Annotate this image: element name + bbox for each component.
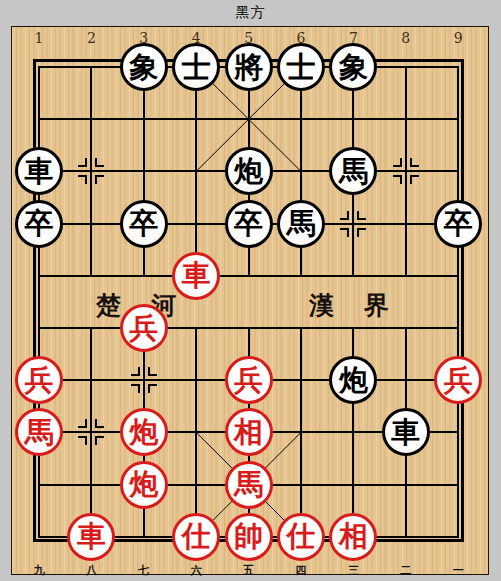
grid-line xyxy=(38,66,40,538)
position-marker xyxy=(78,419,87,428)
piece-black-cannon[interactable]: 炮 xyxy=(225,147,273,195)
piece-red-soldier[interactable]: 兵 xyxy=(120,304,168,352)
piece-black-general[interactable]: 將 xyxy=(225,43,273,91)
position-marker xyxy=(95,158,104,167)
piece-red-soldier[interactable]: 兵 xyxy=(434,356,482,404)
position-marker xyxy=(95,175,104,184)
file-label-bottom: 三 xyxy=(343,563,363,578)
piece-red-elephant[interactable]: 相 xyxy=(329,513,377,561)
file-label-bottom: 四 xyxy=(291,563,311,578)
piece-black-soldier[interactable]: 卒 xyxy=(225,200,273,248)
grid-line xyxy=(300,327,302,538)
xiangqi-app: 黑方 楚河 漢界 象士將士象車炮馬卒卒卒馬卒車兵兵兵炮兵馬炮相車炮馬車仕帥仕相1… xyxy=(0,0,501,581)
piece-red-soldier[interactable]: 兵 xyxy=(225,356,273,404)
file-label-top: 5 xyxy=(239,30,259,46)
file-label-top: 2 xyxy=(81,30,101,46)
piece-black-soldier[interactable]: 卒 xyxy=(434,200,482,248)
position-marker xyxy=(357,228,366,237)
river-label-han-jie: 漢界 xyxy=(309,289,419,322)
piece-red-advisor[interactable]: 仕 xyxy=(172,513,220,561)
file-label-bottom: 八 xyxy=(81,563,101,578)
position-marker xyxy=(340,211,349,220)
piece-black-soldier[interactable]: 卒 xyxy=(120,200,168,248)
piece-red-soldier[interactable]: 兵 xyxy=(15,356,63,404)
file-label-top: 6 xyxy=(291,30,311,46)
piece-black-chariot[interactable]: 車 xyxy=(382,408,430,456)
piece-black-advisor[interactable]: 士 xyxy=(277,43,325,91)
file-label-bottom: 九 xyxy=(29,563,49,578)
piece-black-soldier[interactable]: 卒 xyxy=(15,200,63,248)
file-label-bottom: 一 xyxy=(448,563,468,578)
piece-black-elephant[interactable]: 象 xyxy=(120,43,168,91)
file-label-top: 1 xyxy=(29,30,49,46)
grid-line xyxy=(90,66,92,277)
file-label-top: 8 xyxy=(396,30,416,46)
grid-line xyxy=(195,66,197,277)
top-bar: 黑方 xyxy=(0,0,501,26)
position-marker xyxy=(95,436,104,445)
position-marker xyxy=(95,419,104,428)
piece-red-advisor[interactable]: 仕 xyxy=(277,513,325,561)
position-marker xyxy=(357,211,366,220)
position-marker xyxy=(148,367,157,376)
piece-red-chariot[interactable]: 車 xyxy=(172,252,220,300)
side-label-black: 黑方 xyxy=(236,4,266,22)
grid-line xyxy=(195,327,197,538)
position-marker xyxy=(78,175,87,184)
file-label-bottom: 二 xyxy=(396,563,416,578)
position-marker xyxy=(393,158,402,167)
grid-line xyxy=(457,66,459,538)
file-label-bottom: 七 xyxy=(134,563,154,578)
piece-red-horse[interactable]: 馬 xyxy=(225,461,273,509)
grid-line xyxy=(405,66,407,277)
piece-red-elephant[interactable]: 相 xyxy=(225,408,273,456)
file-label-top: 4 xyxy=(186,30,206,46)
position-marker xyxy=(78,158,87,167)
piece-red-general[interactable]: 帥 xyxy=(225,513,273,561)
file-label-top: 9 xyxy=(448,30,468,46)
file-label-bottom: 六 xyxy=(186,563,206,578)
file-label-bottom: 五 xyxy=(239,563,259,578)
piece-black-horse[interactable]: 馬 xyxy=(277,200,325,248)
position-marker xyxy=(410,175,419,184)
xiangqi-board[interactable]: 楚河 漢界 象士將士象車炮馬卒卒卒馬卒車兵兵兵炮兵馬炮相車炮馬車仕帥仕相1234… xyxy=(11,26,489,575)
position-marker xyxy=(78,436,87,445)
file-label-top: 3 xyxy=(134,30,154,46)
piece-red-cannon[interactable]: 炮 xyxy=(120,408,168,456)
position-marker xyxy=(340,228,349,237)
position-marker xyxy=(148,384,157,393)
grid-line xyxy=(90,327,92,538)
piece-red-chariot[interactable]: 車 xyxy=(67,513,115,561)
file-label-top: 7 xyxy=(343,30,363,46)
piece-red-cannon[interactable]: 炮 xyxy=(120,461,168,509)
piece-black-advisor[interactable]: 士 xyxy=(172,43,220,91)
position-marker xyxy=(131,384,140,393)
position-marker xyxy=(393,175,402,184)
position-marker xyxy=(131,367,140,376)
position-marker xyxy=(410,158,419,167)
